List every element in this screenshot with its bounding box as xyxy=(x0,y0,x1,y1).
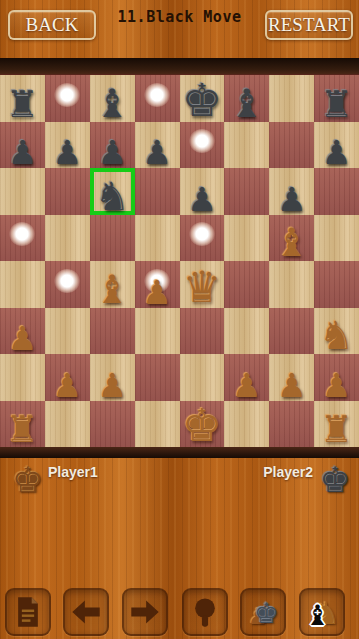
small-black-king-icon: ♚ xyxy=(254,600,279,628)
square-a7[interactable]: ♟ xyxy=(0,122,45,169)
square-h6[interactable] xyxy=(314,168,359,215)
restart-button[interactable]: RESTART xyxy=(265,10,353,40)
square-d4[interactable]: ♟ xyxy=(135,261,180,308)
square-f4[interactable] xyxy=(224,261,269,308)
square-e1[interactable]: ♚ xyxy=(180,401,225,448)
square-b2[interactable]: ♟ xyxy=(45,354,90,401)
square-h4[interactable] xyxy=(314,261,359,308)
square-h3[interactable]: ♞ xyxy=(314,308,359,355)
square-d8[interactable] xyxy=(135,75,180,122)
square-h5[interactable] xyxy=(314,215,359,262)
white-pawn[interactable]: ♟ xyxy=(277,369,307,402)
bottom-toolbar: ♟ ♚ ♞ ♝ xyxy=(0,585,359,639)
square-b4[interactable] xyxy=(45,261,90,308)
black-pawn[interactable]: ♟ xyxy=(8,136,38,169)
arrow-right-icon xyxy=(129,598,161,626)
player-bar: ♚ Player1 Player2 ♚ xyxy=(0,457,359,505)
square-h8[interactable]: ♜ xyxy=(314,75,359,122)
board-frame-top xyxy=(0,58,359,75)
square-g1[interactable] xyxy=(269,401,314,448)
document-icon xyxy=(13,596,43,628)
redo-button[interactable] xyxy=(122,588,168,636)
magnify-button[interactable] xyxy=(182,588,228,636)
black-bishop[interactable]: ♝ xyxy=(95,84,130,123)
square-b1[interactable] xyxy=(45,401,90,448)
player2-piece-icon: ♚ xyxy=(320,457,351,503)
square-e2[interactable] xyxy=(180,354,225,401)
light-reflection xyxy=(54,83,80,107)
square-d2[interactable] xyxy=(135,354,180,401)
computer-button[interactable]: ♞ ♝ xyxy=(299,588,345,636)
square-f6[interactable] xyxy=(224,168,269,215)
top-bar: BACK 11.Black Move RESTART xyxy=(0,0,359,58)
player1-label: Player1 xyxy=(48,464,98,480)
square-g2[interactable]: ♟ xyxy=(269,354,314,401)
square-d6[interactable] xyxy=(135,168,180,215)
black-pawn[interactable]: ♟ xyxy=(142,136,172,169)
square-c7[interactable]: ♟ xyxy=(90,122,135,169)
square-a3[interactable]: ♟ xyxy=(0,308,45,355)
square-d3[interactable] xyxy=(135,308,180,355)
black-pawn[interactable]: ♟ xyxy=(97,136,127,169)
white-pawn[interactable]: ♟ xyxy=(53,369,83,402)
square-g7[interactable] xyxy=(269,122,314,169)
square-b6[interactable] xyxy=(45,168,90,215)
black-knight[interactable]: ♞ xyxy=(95,177,130,216)
light-reflection xyxy=(54,269,80,293)
square-c1[interactable] xyxy=(90,401,135,448)
board-squares: ♜♝♚♝♜♟♟♟♟♟♞♟♟♝♝♟♛♟♞♟♟♟♟♟♜♚♜ xyxy=(0,75,359,447)
square-f3[interactable] xyxy=(224,308,269,355)
square-a4[interactable] xyxy=(0,261,45,308)
white-pawn[interactable]: ♟ xyxy=(322,369,352,402)
light-reflection xyxy=(9,222,35,246)
square-b7[interactable]: ♟ xyxy=(45,122,90,169)
square-b3[interactable] xyxy=(45,308,90,355)
black-pawn[interactable]: ♟ xyxy=(277,183,307,216)
square-f5[interactable] xyxy=(224,215,269,262)
white-rook[interactable]: ♜ xyxy=(6,411,39,448)
square-e5[interactable] xyxy=(180,215,225,262)
player2-label: Player2 xyxy=(263,464,313,480)
black-pawn[interactable]: ♟ xyxy=(322,136,352,169)
white-queen[interactable]: ♛ xyxy=(183,266,222,309)
square-e8[interactable]: ♚ xyxy=(180,75,225,122)
square-c8[interactable]: ♝ xyxy=(90,75,135,122)
light-reflection xyxy=(189,222,215,246)
white-king[interactable]: ♚ xyxy=(182,403,222,448)
black-pawn[interactable]: ♟ xyxy=(53,136,83,169)
square-e3[interactable] xyxy=(180,308,225,355)
chess-board: ♜♝♚♝♜♟♟♟♟♟♞♟♟♝♝♟♛♟♞♟♟♟♟♟♜♚♜ xyxy=(0,58,359,458)
square-c2[interactable]: ♟ xyxy=(90,354,135,401)
white-pawn[interactable]: ♟ xyxy=(8,322,38,355)
player1-piece-icon: ♚ xyxy=(12,457,43,503)
square-a5[interactable] xyxy=(0,215,45,262)
arrow-left-icon xyxy=(70,598,102,626)
square-d7[interactable]: ♟ xyxy=(135,122,180,169)
white-bishop[interactable]: ♝ xyxy=(274,223,309,262)
black-king[interactable]: ♚ xyxy=(182,78,222,123)
square-g5[interactable]: ♝ xyxy=(269,215,314,262)
square-a6[interactable] xyxy=(0,168,45,215)
piece-set-button[interactable]: ♟ ♚ xyxy=(240,588,286,636)
square-c5[interactable] xyxy=(90,215,135,262)
square-a1[interactable]: ♜ xyxy=(0,401,45,448)
square-g4[interactable] xyxy=(269,261,314,308)
square-b8[interactable] xyxy=(45,75,90,122)
white-rook[interactable]: ♜ xyxy=(320,411,353,448)
square-d1[interactable] xyxy=(135,401,180,448)
bishop-badge-icon: ♝ xyxy=(305,602,330,630)
white-knight[interactable]: ♞ xyxy=(319,316,354,355)
white-pawn[interactable]: ♟ xyxy=(97,369,127,402)
square-c3[interactable] xyxy=(90,308,135,355)
square-e4[interactable]: ♛ xyxy=(180,261,225,308)
square-a2[interactable] xyxy=(0,354,45,401)
undo-button[interactable] xyxy=(63,588,109,636)
square-b5[interactable] xyxy=(45,215,90,262)
square-e6[interactable]: ♟ xyxy=(180,168,225,215)
square-f7[interactable] xyxy=(224,122,269,169)
square-e7[interactable] xyxy=(180,122,225,169)
square-h1[interactable]: ♜ xyxy=(314,401,359,448)
white-bishop[interactable]: ♝ xyxy=(95,270,130,309)
square-g8[interactable] xyxy=(269,75,314,122)
black-rook[interactable]: ♜ xyxy=(6,86,39,123)
square-c4[interactable]: ♝ xyxy=(90,261,135,308)
square-a8[interactable]: ♜ xyxy=(0,75,45,122)
square-f1[interactable] xyxy=(224,401,269,448)
square-g6[interactable]: ♟ xyxy=(269,168,314,215)
light-reflection xyxy=(144,83,170,107)
square-c6[interactable]: ♞ xyxy=(90,168,135,215)
white-pawn[interactable]: ♟ xyxy=(232,369,262,402)
square-d5[interactable] xyxy=(135,215,180,262)
square-g3[interactable] xyxy=(269,308,314,355)
square-h7[interactable]: ♟ xyxy=(314,122,359,169)
black-pawn[interactable]: ♟ xyxy=(187,183,217,216)
magnifier-icon xyxy=(190,596,220,628)
white-pawn[interactable]: ♟ xyxy=(142,276,172,309)
square-h2[interactable]: ♟ xyxy=(314,354,359,401)
square-f2[interactable]: ♟ xyxy=(224,354,269,401)
black-bishop[interactable]: ♝ xyxy=(229,84,264,123)
notation-button[interactable] xyxy=(5,588,51,636)
square-f8[interactable]: ♝ xyxy=(224,75,269,122)
light-reflection xyxy=(189,129,215,153)
black-rook[interactable]: ♜ xyxy=(320,86,353,123)
